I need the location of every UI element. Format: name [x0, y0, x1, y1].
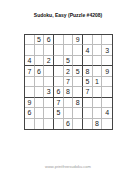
- cell-r5c8: 1: [93, 77, 103, 87]
- cell-r1c4: [54, 35, 64, 45]
- cell-r3c5: 5: [64, 56, 74, 66]
- cell-r8c8: [93, 108, 103, 118]
- cell-r7c3: [44, 98, 54, 108]
- cell-r3c1: 4: [25, 56, 35, 66]
- cell-r1c3: 6: [44, 35, 54, 45]
- cell-r9c5: 6: [64, 119, 74, 129]
- cell-r3c4: [54, 56, 64, 66]
- cell-r9c8: 8: [93, 119, 103, 129]
- printable-sudoku-page: Sudoku, Easy (Puzzle #4208) 569434257625…: [0, 0, 136, 176]
- cell-r2c5: [64, 45, 74, 55]
- cell-r6c8: [93, 87, 103, 97]
- cell-r1c8: [93, 35, 103, 45]
- cell-r9c4: [54, 119, 64, 129]
- cell-r8c7: [83, 108, 93, 118]
- cell-r4c2: 6: [35, 66, 45, 76]
- cell-r6c6: [73, 87, 83, 97]
- cell-r4c4: [54, 66, 64, 76]
- cell-r7c5: [64, 98, 74, 108]
- cell-r9c7: [83, 119, 93, 129]
- cell-r8c3: [44, 108, 54, 118]
- cell-r3c3: 2: [44, 56, 54, 66]
- sudoku-board: 56943425762589751368797865468: [24, 34, 113, 130]
- cell-r6c3: 3: [44, 87, 54, 97]
- cell-r2c1: [25, 45, 35, 55]
- cell-r5c5: 7: [64, 77, 74, 87]
- cell-r8c1: 6: [25, 108, 35, 118]
- cell-r2c2: [35, 45, 45, 55]
- cell-r1c6: 9: [73, 35, 83, 45]
- cell-r4c9: 9: [102, 66, 112, 76]
- cell-r6c2: [35, 87, 45, 97]
- cell-r1c7: [83, 35, 93, 45]
- cell-r9c9: [102, 119, 112, 129]
- cell-r5c7: 5: [83, 77, 93, 87]
- cell-r1c2: 5: [35, 35, 45, 45]
- cell-r8c6: [73, 108, 83, 118]
- cell-r9c6: [73, 119, 83, 129]
- cell-r7c9: [102, 98, 112, 108]
- cell-r4c1: 7: [25, 66, 35, 76]
- cell-r7c2: [35, 98, 45, 108]
- cell-r2c4: [54, 45, 64, 55]
- cell-r4c6: 5: [73, 66, 83, 76]
- cell-r6c4: 6: [54, 87, 64, 97]
- cell-r6c7: 7: [83, 87, 93, 97]
- page-title: Sudoku, Easy (Puzzle #4208): [0, 12, 136, 18]
- cell-r6c1: [25, 87, 35, 97]
- cell-r3c8: [93, 56, 103, 66]
- cell-r2c6: [73, 45, 83, 55]
- cell-r3c7: [83, 56, 93, 66]
- cell-r2c7: 4: [83, 45, 93, 55]
- cell-r3c6: [73, 56, 83, 66]
- cell-r2c8: [93, 45, 103, 55]
- cell-r1c9: [102, 35, 112, 45]
- cell-r5c6: [73, 77, 83, 87]
- cell-r8c9: 4: [102, 108, 112, 118]
- cell-r8c5: [64, 108, 74, 118]
- cell-r9c2: [35, 119, 45, 129]
- cell-r8c4: 5: [54, 108, 64, 118]
- cell-r3c2: [35, 56, 45, 66]
- cell-r2c9: 3: [102, 45, 112, 55]
- cell-r4c7: 8: [83, 66, 93, 76]
- cell-r7c1: 9: [25, 98, 35, 108]
- cell-r7c4: 7: [54, 98, 64, 108]
- cell-r5c3: [44, 77, 54, 87]
- cell-r8c2: [35, 108, 45, 118]
- cell-r4c3: [44, 66, 54, 76]
- cell-r1c5: [64, 35, 74, 45]
- cell-r4c8: [93, 66, 103, 76]
- cell-r5c1: [25, 77, 35, 87]
- cell-r3c9: [102, 56, 112, 66]
- cell-r5c9: [102, 77, 112, 87]
- cell-r1c1: [25, 35, 35, 45]
- cell-r2c3: [44, 45, 54, 55]
- cell-r7c8: [93, 98, 103, 108]
- cell-r7c6: 8: [73, 98, 83, 108]
- cell-r5c4: [54, 77, 64, 87]
- cell-r6c5: 8: [64, 87, 74, 97]
- cell-r7c7: [83, 98, 93, 108]
- cell-r9c1: [25, 119, 35, 129]
- cell-r9c3: [44, 119, 54, 129]
- cell-r4c5: 2: [64, 66, 74, 76]
- footer-url: www.printfreesudoku.com: [0, 164, 136, 169]
- cell-r6c9: [102, 87, 112, 97]
- cell-r5c2: [35, 77, 45, 87]
